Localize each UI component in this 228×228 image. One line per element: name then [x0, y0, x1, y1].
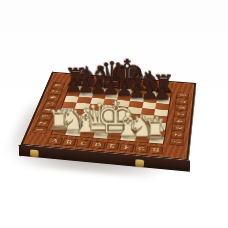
piece-white-rook: ♜: [138, 115, 174, 143]
square-h1: ♜: [149, 135, 164, 143]
brass-clasp-right: [136, 159, 145, 167]
chess-set-product-photo[interactable]: ABCDEFGH ABCDEFGH 87654321 87654321 ♜♞♝♛…: [0, 0, 228, 228]
board-squares: ♜♞♝♛♚♝♞♜♟♟♟♟♟♟♟♟♟♟♟♟♟♟♟♟♜♞♝♛♚♝♞♜: [51, 83, 172, 144]
chess-board: ABCDEFGH ABCDEFGH 87654321 87654321 ♜♞♝♛…: [21, 72, 197, 161]
piece-black-pawn: ♟: [146, 83, 179, 103]
brass-clasp-left: [30, 149, 38, 157]
